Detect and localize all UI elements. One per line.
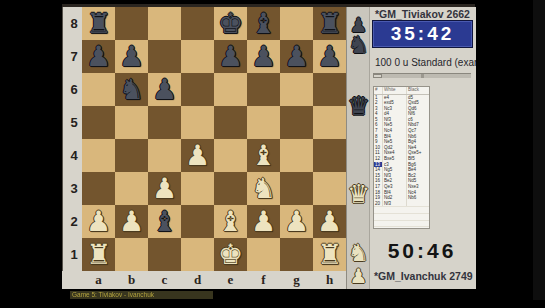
horizontal-scrollbar[interactable]	[373, 73, 471, 78]
piece-white-rook[interactable]: ♜	[317, 238, 342, 271]
square-e7[interactable]: ♟	[214, 40, 247, 73]
file-label-f: f	[247, 272, 280, 288]
square-b6[interactable]: ♞	[115, 73, 148, 106]
rank-label-4: 4	[67, 139, 81, 172]
square-f1[interactable]	[247, 238, 280, 271]
piece-black-knight[interactable]: ♞	[119, 73, 144, 106]
rank-label-6: 6	[67, 73, 81, 106]
square-f4[interactable]: ♝	[247, 139, 280, 172]
rank-coordinates: 87654321	[62, 7, 83, 271]
black-clock: 35:42	[372, 20, 473, 48]
square-a7[interactable]: ♟	[82, 40, 115, 73]
square-a4[interactable]	[82, 139, 115, 172]
piece-white-pawn[interactable]: ♟	[152, 172, 177, 205]
rank-label-2: 2	[67, 205, 81, 238]
piece-black-pawn[interactable]: ♟	[152, 73, 177, 106]
square-b2[interactable]: ♟	[115, 205, 148, 238]
white-clock-time: 50:46	[373, 239, 471, 263]
square-e6[interactable]	[214, 73, 247, 106]
move-row-empty	[374, 213, 429, 220]
square-d5[interactable]	[181, 106, 214, 139]
piece-white-rook[interactable]: ♜	[86, 238, 111, 271]
square-g8[interactable]	[280, 7, 313, 40]
square-f6[interactable]	[247, 73, 280, 106]
piece-black-pawn[interactable]: ♟	[251, 40, 276, 73]
square-f5[interactable]	[247, 106, 280, 139]
square-c7[interactable]	[148, 40, 181, 73]
square-e4[interactable]	[214, 139, 247, 172]
square-g1[interactable]	[280, 238, 313, 271]
video-edge-band	[533, 0, 545, 300]
piece-black-pawn[interactable]: ♟	[119, 40, 144, 73]
scrollbar-mark	[421, 74, 424, 78]
square-a6[interactable]	[82, 73, 115, 106]
square-c4[interactable]	[148, 139, 181, 172]
square-c1[interactable]	[148, 238, 181, 271]
square-h6[interactable]	[313, 73, 346, 106]
piece-white-pawn[interactable]: ♟	[119, 205, 144, 238]
white-player-name: *GM_Ivanchuk 2749	[374, 270, 473, 282]
square-c6[interactable]: ♟	[148, 73, 181, 106]
piece-black-king[interactable]: ♚	[218, 7, 243, 40]
captured-black-knight-icon: ♞	[347, 31, 370, 59]
square-h2[interactable]: ♟	[313, 205, 346, 238]
file-label-h: h	[313, 272, 346, 288]
piece-white-bishop[interactable]: ♝	[218, 205, 243, 238]
piece-black-bishop[interactable]: ♝	[152, 205, 177, 238]
piece-white-pawn[interactable]: ♟	[251, 205, 276, 238]
square-e5[interactable]	[214, 106, 247, 139]
square-e2[interactable]: ♝	[214, 205, 247, 238]
square-b4[interactable]	[115, 139, 148, 172]
piece-black-rook[interactable]: ♜	[86, 7, 111, 40]
piece-black-pawn[interactable]: ♟	[284, 40, 309, 73]
move-row-empty	[374, 206, 429, 213]
move-row-20[interactable]: 20Nf3	[374, 201, 429, 207]
square-e8[interactable]: ♚	[214, 7, 247, 40]
move-row-empty	[374, 220, 429, 227]
file-label-d: d	[181, 272, 214, 288]
rank-label-3: 3	[67, 172, 81, 205]
game-info-label: 100 0 u Standard (examined)	[375, 57, 476, 68]
piece-black-pawn[interactable]: ♟	[218, 40, 243, 73]
chess-board[interactable]: ♜♚♝♜♟♟♟♟♟♟♞♟♟♝♟♞♟♟♝♝♟♟♟♜♚♜	[82, 7, 346, 271]
square-c3[interactable]: ♟	[148, 172, 181, 205]
file-label-g: g	[280, 272, 313, 288]
file-label-c: c	[148, 272, 181, 288]
square-c2[interactable]: ♝	[148, 205, 181, 238]
square-h5[interactable]	[313, 106, 346, 139]
move-list[interactable]: #WhiteBlack1e4d52exd5Qxd53Nc3Qd64d4Nf65N…	[373, 86, 430, 229]
square-g3[interactable]	[280, 172, 313, 205]
square-d4[interactable]: ♟	[181, 139, 214, 172]
square-g4[interactable]	[280, 139, 313, 172]
square-a8[interactable]: ♜	[82, 7, 115, 40]
video-frame: 87654321 ♜♚♝♜♟♟♟♟♟♟♞♟♟♝♟♞♟♟♝♝♟♟♟♜♚♜ abcd…	[0, 0, 545, 308]
captured-white-knight-icon: ♞	[347, 239, 370, 267]
piece-black-pawn[interactable]: ♟	[86, 40, 111, 73]
piece-white-pawn[interactable]: ♟	[317, 205, 342, 238]
move-row-empty	[374, 226, 429, 229]
square-a3[interactable]	[82, 172, 115, 205]
square-g5[interactable]	[280, 106, 313, 139]
rank-label-8: 8	[67, 7, 81, 40]
piece-white-pawn[interactable]: ♟	[284, 205, 309, 238]
scrollbar-thumb[interactable]	[373, 74, 382, 78]
status-bar: Game 5: Tiviakov - Ivanchuk	[70, 291, 213, 299]
square-c5[interactable]	[148, 106, 181, 139]
square-h1[interactable]: ♜	[313, 238, 346, 271]
square-d8[interactable]	[181, 7, 214, 40]
square-b3[interactable]	[115, 172, 148, 205]
square-h4[interactable]	[313, 139, 346, 172]
square-d6[interactable]	[181, 73, 214, 106]
file-label-e: e	[214, 272, 247, 288]
black-player-name: *GM_Tiviakov 2662	[375, 8, 470, 20]
file-label-b: b	[115, 272, 148, 288]
piece-white-knight[interactable]: ♞	[251, 172, 276, 205]
square-d3[interactable]	[181, 172, 214, 205]
file-label-a: a	[82, 272, 115, 288]
piece-white-pawn[interactable]: ♟	[86, 205, 111, 238]
square-c8[interactable]	[148, 7, 181, 40]
square-f2[interactable]: ♟	[247, 205, 280, 238]
square-b5[interactable]	[115, 106, 148, 139]
rank-label-5: 5	[67, 106, 81, 139]
piece-black-rook[interactable]: ♜	[317, 7, 342, 40]
square-g6[interactable]	[280, 73, 313, 106]
piece-white-king[interactable]: ♚	[218, 238, 243, 271]
rank-label-1: 1	[67, 238, 81, 271]
square-f8[interactable]: ♝	[247, 7, 280, 40]
square-h8[interactable]: ♜	[313, 7, 346, 40]
square-g2[interactable]: ♟	[280, 205, 313, 238]
square-h7[interactable]: ♟	[313, 40, 346, 73]
square-g7[interactable]: ♟	[280, 40, 313, 73]
square-b8[interactable]	[115, 7, 148, 40]
move-list-header: #WhiteBlack	[374, 87, 429, 95]
captured-black-queen-icon: ♛	[347, 91, 370, 121]
square-a1[interactable]: ♜	[82, 238, 115, 271]
status-bar-text: Game 5: Tiviakov - Ivanchuk	[70, 291, 213, 299]
captured-white-queen-icon: ♛	[347, 179, 370, 209]
square-a5[interactable]	[82, 106, 115, 139]
square-d7[interactable]	[181, 40, 214, 73]
square-h3[interactable]	[313, 172, 346, 205]
captured-white-pawn-icon: ♟	[347, 264, 370, 288]
captured-material-strip: ♟♞♛♛♞♟	[346, 7, 370, 289]
piece-white-bishop[interactable]: ♝	[251, 139, 276, 172]
piece-black-pawn[interactable]: ♟	[317, 40, 342, 73]
piece-white-pawn[interactable]: ♟	[185, 139, 210, 172]
square-b1[interactable]	[115, 238, 148, 271]
square-f7[interactable]: ♟	[247, 40, 280, 73]
square-a2[interactable]: ♟	[82, 205, 115, 238]
square-e1[interactable]: ♚	[214, 238, 247, 271]
rank-label-7: 7	[67, 40, 81, 73]
square-d1[interactable]	[181, 238, 214, 271]
square-f3[interactable]: ♞	[247, 172, 280, 205]
piece-black-bishop[interactable]: ♝	[251, 7, 276, 40]
square-d2[interactable]	[181, 205, 214, 238]
square-b7[interactable]: ♟	[115, 40, 148, 73]
square-e3[interactable]	[214, 172, 247, 205]
game-panel: *GM_Tiviakov 2662 35:42 100 0 u Standard…	[369, 7, 476, 289]
black-clock-time: 35:42	[391, 23, 455, 45]
